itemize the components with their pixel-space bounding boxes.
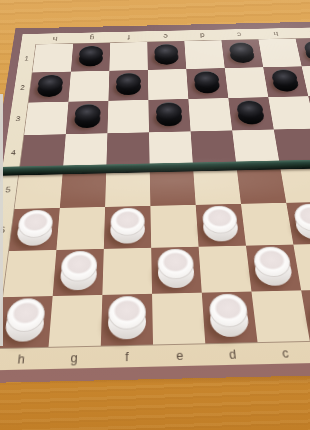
square-h1[interactable] [32, 44, 73, 73]
checkers-board: hgfedcba hgfedcba 12345678 [0, 21, 310, 384]
square-h6[interactable] [9, 208, 60, 251]
square-c2[interactable] [225, 67, 269, 98]
square-e5[interactable] [150, 167, 196, 206]
square-e8[interactable] [152, 293, 205, 345]
square-d8[interactable] [202, 292, 258, 344]
square-g6[interactable] [56, 207, 105, 250]
black-man-f2[interactable] [116, 73, 141, 96]
board-grid [0, 38, 310, 348]
square-e2[interactable] [148, 69, 189, 100]
square-h7[interactable] [3, 250, 56, 297]
square-d6[interactable] [196, 204, 246, 247]
white-man-h6[interactable] [16, 210, 54, 246]
white-man-b6[interactable] [292, 203, 310, 239]
piece-top [292, 203, 310, 231]
square-h2[interactable] [28, 72, 70, 103]
black-man-e3[interactable] [156, 102, 183, 127]
white-man-f8[interactable] [108, 296, 146, 340]
square-d5[interactable] [193, 166, 241, 205]
black-man-e1[interactable] [154, 44, 179, 65]
square-c6[interactable] [241, 203, 293, 246]
board-side-edge [0, 94, 3, 346]
square-c7[interactable] [246, 245, 301, 292]
square-c5[interactable] [236, 165, 286, 204]
black-man-b2[interactable] [271, 69, 300, 92]
square-b2[interactable] [263, 66, 308, 97]
black-man-c1[interactable] [229, 42, 256, 63]
square-g1[interactable] [71, 43, 110, 72]
black-man-g3[interactable] [74, 104, 101, 129]
white-man-g7[interactable] [60, 251, 98, 291]
square-d3[interactable] [188, 98, 232, 131]
square-g3[interactable] [66, 101, 109, 134]
square-h3[interactable] [24, 102, 68, 135]
square-h5[interactable] [15, 170, 63, 209]
square-e7[interactable] [151, 247, 202, 294]
square-e6[interactable] [150, 205, 198, 248]
white-man-e7[interactable] [157, 248, 195, 288]
black-man-d2[interactable] [194, 71, 221, 94]
white-man-d6[interactable] [202, 205, 240, 241]
photo-frame: hgfedcba hgfedcba 12345678 [0, 0, 310, 430]
white-man-b8[interactable] [308, 291, 310, 335]
square-g5[interactable] [60, 169, 106, 208]
square-g8[interactable] [49, 295, 103, 347]
square-f7[interactable] [102, 248, 152, 295]
square-b1[interactable] [258, 39, 301, 68]
black-man-a1[interactable] [303, 40, 310, 61]
piece-top [308, 291, 310, 325]
square-e3[interactable] [148, 99, 190, 132]
white-man-f6[interactable] [110, 208, 145, 244]
square-c8[interactable] [251, 290, 309, 342]
square-d1[interactable] [184, 40, 224, 69]
black-man-g1[interactable] [78, 46, 103, 67]
square-f2[interactable] [108, 70, 148, 101]
square-f5[interactable] [105, 168, 150, 207]
square-g7[interactable] [53, 249, 104, 296]
square-b3[interactable] [268, 96, 310, 129]
square-f8[interactable] [101, 294, 153, 346]
square-b5[interactable] [280, 164, 310, 203]
black-man-c3[interactable] [236, 100, 265, 124]
square-d2[interactable] [186, 68, 228, 99]
white-man-h8[interactable] [4, 298, 46, 342]
square-g2[interactable] [68, 71, 109, 102]
black-man-h2[interactable] [37, 74, 64, 97]
white-man-d8[interactable] [208, 293, 250, 337]
square-c1[interactable] [221, 39, 263, 68]
square-f1[interactable] [109, 42, 147, 71]
square-h8[interactable] [0, 296, 53, 348]
square-f6[interactable] [104, 206, 151, 249]
square-c3[interactable] [228, 97, 273, 130]
white-man-c7[interactable] [252, 246, 294, 286]
square-f3[interactable] [107, 100, 149, 133]
square-d7[interactable] [199, 246, 252, 293]
board-scene: hgfedcba hgfedcba 12345678 [0, 0, 310, 384]
square-e1[interactable] [147, 41, 186, 70]
